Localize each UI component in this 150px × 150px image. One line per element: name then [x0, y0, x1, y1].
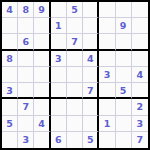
cell-r1c9[interactable]: [132, 2, 148, 18]
cell-r3c6[interactable]: [83, 34, 99, 50]
cell-r6c9[interactable]: [132, 83, 148, 99]
cell-r4c1[interactable]: 8: [2, 51, 18, 67]
cell-r6c7[interactable]: [99, 83, 115, 99]
cell-r8c9[interactable]: 3: [132, 116, 148, 132]
cell-r2c9[interactable]: [132, 18, 148, 34]
cell-r9c8[interactable]: [116, 132, 132, 148]
cell-r9c4[interactable]: 6: [51, 132, 67, 148]
cell-r8c4[interactable]: [51, 116, 67, 132]
cell-r3c2[interactable]: 6: [18, 34, 34, 50]
cell-r8c5[interactable]: [67, 116, 83, 132]
cell-r6c8[interactable]: 5: [116, 83, 132, 99]
cell-r6c5[interactable]: [67, 83, 83, 99]
cell-r6c2[interactable]: [18, 83, 34, 99]
cell-r5c7[interactable]: 3: [99, 67, 115, 83]
cell-r7c4[interactable]: [51, 99, 67, 115]
cell-r1c4[interactable]: [51, 2, 67, 18]
cell-r7c7[interactable]: [99, 99, 115, 115]
cell-r5c9[interactable]: 4: [132, 67, 148, 83]
cell-r4c7[interactable]: [99, 51, 115, 67]
cell-r5c8[interactable]: [116, 67, 132, 83]
cell-r4c2[interactable]: [18, 51, 34, 67]
sudoku-board: 48951967834343757254133657: [0, 0, 150, 150]
cell-r8c7[interactable]: 1: [99, 116, 115, 132]
cell-r1c8[interactable]: [116, 2, 132, 18]
cell-r8c3[interactable]: 4: [34, 116, 50, 132]
cell-r6c1[interactable]: 3: [2, 83, 18, 99]
cell-r4c5[interactable]: [67, 51, 83, 67]
cell-r7c5[interactable]: [67, 99, 83, 115]
cell-r3c8[interactable]: [116, 34, 132, 50]
cell-r1c1[interactable]: 4: [2, 2, 18, 18]
cell-r2c3[interactable]: [34, 18, 50, 34]
cell-r5c1[interactable]: [2, 67, 18, 83]
cell-r2c4[interactable]: 1: [51, 18, 67, 34]
cell-r6c6[interactable]: 7: [83, 83, 99, 99]
cell-r7c3[interactable]: [34, 99, 50, 115]
cell-r2c7[interactable]: [99, 18, 115, 34]
cell-r8c6[interactable]: [83, 116, 99, 132]
cell-r4c6[interactable]: 4: [83, 51, 99, 67]
cell-r6c3[interactable]: [34, 83, 50, 99]
cell-r9c9[interactable]: 7: [132, 132, 148, 148]
cell-r5c4[interactable]: [51, 67, 67, 83]
cell-r4c9[interactable]: [132, 51, 148, 67]
cell-r3c4[interactable]: [51, 34, 67, 50]
cell-r6c4[interactable]: [51, 83, 67, 99]
cell-r1c3[interactable]: 9: [34, 2, 50, 18]
cell-r3c7[interactable]: [99, 34, 115, 50]
cell-r4c4[interactable]: 3: [51, 51, 67, 67]
cell-r5c5[interactable]: [67, 67, 83, 83]
cell-r5c6[interactable]: [83, 67, 99, 83]
cell-r9c1[interactable]: [2, 132, 18, 148]
cell-r2c5[interactable]: [67, 18, 83, 34]
cell-r9c6[interactable]: 5: [83, 132, 99, 148]
cell-r7c2[interactable]: 7: [18, 99, 34, 115]
cell-r5c3[interactable]: [34, 67, 50, 83]
cell-r1c5[interactable]: 5: [67, 2, 83, 18]
cell-r9c3[interactable]: [34, 132, 50, 148]
cell-r3c3[interactable]: [34, 34, 50, 50]
cell-r4c3[interactable]: [34, 51, 50, 67]
cell-r5c2[interactable]: [18, 67, 34, 83]
cell-r7c8[interactable]: [116, 99, 132, 115]
cell-r8c2[interactable]: [18, 116, 34, 132]
cell-r3c5[interactable]: 7: [67, 34, 83, 50]
cell-r7c1[interactable]: [2, 99, 18, 115]
cell-r9c7[interactable]: [99, 132, 115, 148]
cell-r9c2[interactable]: 3: [18, 132, 34, 148]
cell-r1c2[interactable]: 8: [18, 2, 34, 18]
cell-r4c8[interactable]: [116, 51, 132, 67]
cell-r2c1[interactable]: [2, 18, 18, 34]
cell-r3c9[interactable]: [132, 34, 148, 50]
cell-r2c6[interactable]: [83, 18, 99, 34]
cell-r1c7[interactable]: [99, 2, 115, 18]
cell-r1c6[interactable]: [83, 2, 99, 18]
cell-r8c1[interactable]: 5: [2, 116, 18, 132]
cell-r2c2[interactable]: [18, 18, 34, 34]
cell-r7c9[interactable]: 2: [132, 99, 148, 115]
cell-r8c8[interactable]: [116, 116, 132, 132]
cell-r9c5[interactable]: [67, 132, 83, 148]
cell-r2c8[interactable]: 9: [116, 18, 132, 34]
cell-r7c6[interactable]: [83, 99, 99, 115]
cell-r3c1[interactable]: [2, 34, 18, 50]
